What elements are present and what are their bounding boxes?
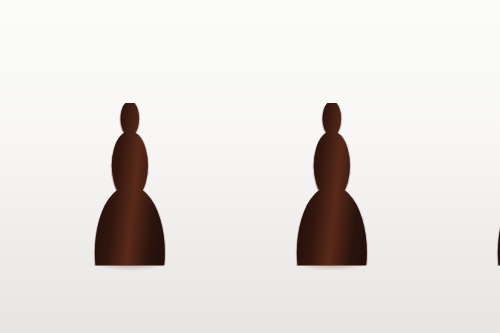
pawn-lineup: ♟♟♟♟♟♟♟ [29,0,471,266]
photo-canvas: ♟♟♟♟♟♟♟ [0,0,500,333]
dark-pawn-piece: ♟ [481,103,500,272]
pawn-slot-2: ♟ [231,0,433,266]
dark-pawn-piece: ♟ [77,103,182,272]
pawn-slot-1: ♟ [29,0,231,266]
pawn-slot-3: ♟ [432,0,500,266]
dark-pawn-piece: ♟ [279,103,384,272]
